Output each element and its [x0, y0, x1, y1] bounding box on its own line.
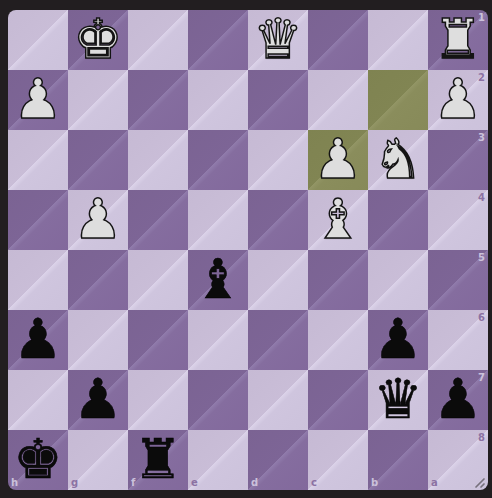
piece-white-pawn[interactable]: ♟: [308, 130, 368, 190]
square-a4[interactable]: 4: [428, 190, 488, 250]
square-d3[interactable]: [248, 130, 308, 190]
square-a6[interactable]: 6: [428, 310, 488, 370]
piece-black-pawn[interactable]: ♟: [68, 370, 128, 430]
piece-white-knight[interactable]: ♞: [368, 130, 428, 190]
square-b4[interactable]: [368, 190, 428, 250]
piece-black-pawn[interactable]: ♟: [368, 310, 428, 370]
rank-label-6: 6: [478, 313, 485, 323]
piece-white-pawn[interactable]: ♟: [8, 70, 68, 130]
piece-black-bishop[interactable]: ♝: [188, 250, 248, 310]
rank-label-4: 4: [478, 193, 485, 203]
square-h2[interactable]: ♟: [8, 70, 68, 130]
square-a2[interactable]: ♟2: [428, 70, 488, 130]
square-e5[interactable]: ♝: [188, 250, 248, 310]
square-b5[interactable]: [368, 250, 428, 310]
square-h5[interactable]: [8, 250, 68, 310]
square-d4[interactable]: [248, 190, 308, 250]
square-h1[interactable]: [8, 10, 68, 70]
rank-label-5: 5: [478, 253, 485, 263]
square-d8[interactable]: d: [248, 430, 308, 490]
square-c1[interactable]: [308, 10, 368, 70]
square-h8[interactable]: ♚h: [8, 430, 68, 490]
square-c6[interactable]: [308, 310, 368, 370]
file-label-h: h: [11, 478, 18, 488]
square-f7[interactable]: [128, 370, 188, 430]
square-h7[interactable]: [8, 370, 68, 430]
file-label-g: g: [71, 478, 78, 488]
square-e3[interactable]: [188, 130, 248, 190]
piece-white-king[interactable]: ♚: [68, 10, 128, 70]
square-f8[interactable]: ♜f: [128, 430, 188, 490]
piece-black-pawn[interactable]: ♟: [8, 310, 68, 370]
square-b1[interactable]: [368, 10, 428, 70]
piece-black-queen[interactable]: ♛: [368, 370, 428, 430]
square-c8[interactable]: c: [308, 430, 368, 490]
square-g8[interactable]: g: [68, 430, 128, 490]
square-a1[interactable]: ♜1: [428, 10, 488, 70]
square-f2[interactable]: [128, 70, 188, 130]
square-e4[interactable]: [188, 190, 248, 250]
square-g1[interactable]: ♚: [68, 10, 128, 70]
square-b2[interactable]: [368, 70, 428, 130]
file-label-c: c: [311, 478, 317, 488]
square-d7[interactable]: [248, 370, 308, 430]
rank-label-3: 3: [478, 133, 485, 143]
square-b3[interactable]: ♞: [368, 130, 428, 190]
square-b8[interactable]: b: [368, 430, 428, 490]
board-resize-handle[interactable]: [472, 474, 486, 488]
square-h6[interactable]: ♟: [8, 310, 68, 370]
square-h4[interactable]: [8, 190, 68, 250]
square-c4[interactable]: ♝: [308, 190, 368, 250]
square-g2[interactable]: [68, 70, 128, 130]
square-a5[interactable]: 5: [428, 250, 488, 310]
square-g3[interactable]: [68, 130, 128, 190]
square-g4[interactable]: ♟: [68, 190, 128, 250]
square-g6[interactable]: [68, 310, 128, 370]
square-f6[interactable]: [128, 310, 188, 370]
page-background: ♚♛♜1♟♟2♟♞3♟♝4♝5♟♟6♟♛♟7♚hg♜fedcb8a: [0, 0, 492, 498]
square-e1[interactable]: [188, 10, 248, 70]
square-d2[interactable]: [248, 70, 308, 130]
piece-white-pawn[interactable]: ♟: [68, 190, 128, 250]
rank-label-8: 8: [478, 433, 485, 443]
square-d5[interactable]: [248, 250, 308, 310]
square-c7[interactable]: [308, 370, 368, 430]
square-b7[interactable]: ♛: [368, 370, 428, 430]
piece-white-bishop[interactable]: ♝: [308, 190, 368, 250]
square-d6[interactable]: [248, 310, 308, 370]
square-c3[interactable]: ♟: [308, 130, 368, 190]
chess-board: ♚♛♜1♟♟2♟♞3♟♝4♝5♟♟6♟♛♟7♚hg♜fedcb8a: [8, 10, 488, 490]
file-label-a: a: [431, 478, 438, 488]
square-h3[interactable]: [8, 130, 68, 190]
square-f4[interactable]: [128, 190, 188, 250]
square-b6[interactable]: ♟: [368, 310, 428, 370]
square-c5[interactable]: [308, 250, 368, 310]
rank-label-2: 2: [478, 73, 485, 83]
square-e7[interactable]: [188, 370, 248, 430]
square-e8[interactable]: e: [188, 430, 248, 490]
square-g5[interactable]: [68, 250, 128, 310]
square-e2[interactable]: [188, 70, 248, 130]
square-f5[interactable]: [128, 250, 188, 310]
piece-black-rook[interactable]: ♜: [128, 430, 188, 490]
rank-label-7: 7: [478, 373, 485, 383]
square-f1[interactable]: [128, 10, 188, 70]
file-label-b: b: [371, 478, 378, 488]
file-label-f: f: [131, 478, 135, 488]
square-c2[interactable]: [308, 70, 368, 130]
square-a7[interactable]: ♟7: [428, 370, 488, 430]
piece-white-queen[interactable]: ♛: [248, 10, 308, 70]
square-d1[interactable]: ♛: [248, 10, 308, 70]
file-label-d: d: [251, 478, 258, 488]
square-a3[interactable]: 3: [428, 130, 488, 190]
file-label-e: e: [191, 478, 198, 488]
square-e6[interactable]: [188, 310, 248, 370]
square-f3[interactable]: [128, 130, 188, 190]
rank-label-1: 1: [478, 13, 485, 23]
square-g7[interactable]: ♟: [68, 370, 128, 430]
